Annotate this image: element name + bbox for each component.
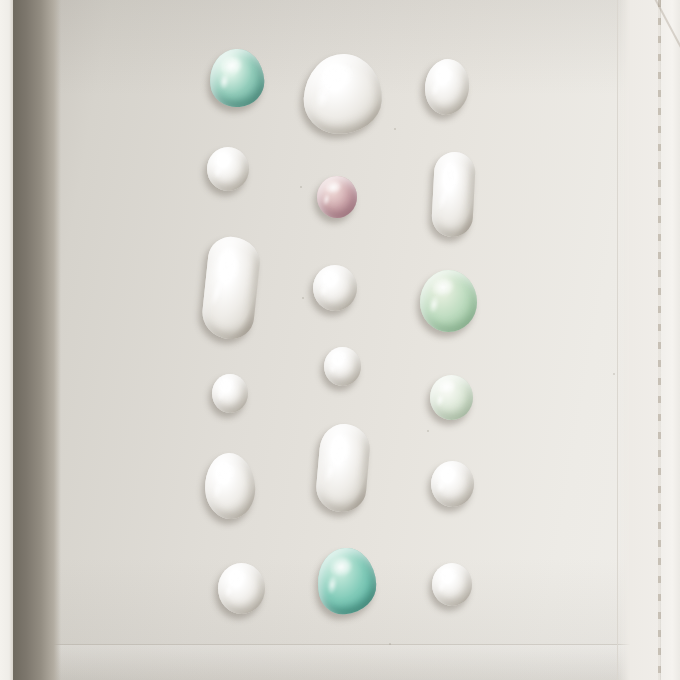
glass-highlight-small	[217, 389, 226, 402]
frame-left-edge	[0, 0, 13, 680]
glass-highlight-small	[328, 362, 337, 375]
sea-glass-r1c2	[302, 52, 384, 136]
glass-highlight-small	[322, 457, 338, 485]
sea-glass-r4c1	[212, 374, 248, 413]
glass-highlight-small	[436, 184, 450, 211]
sea-glass-r2c3	[430, 150, 475, 237]
sea-glass-board	[0, 0, 680, 680]
sea-glass-r4c3	[430, 375, 473, 420]
sea-glass-r6c3	[432, 563, 472, 606]
sea-glass-r5c3	[431, 461, 474, 507]
frame-right-inner-wall	[617, 0, 660, 680]
sea-glass-r4c2	[324, 347, 361, 386]
sea-glass-r6c2	[316, 547, 377, 616]
frame-bottom-edge	[30, 645, 656, 680]
glass-highlight-small	[218, 73, 230, 92]
paper-speck	[613, 373, 615, 375]
sea-glass-r2c2	[317, 176, 357, 218]
glass-highlight-small	[212, 479, 224, 500]
sea-glass-r3c1	[200, 235, 262, 342]
glass-highlight-small	[429, 79, 442, 97]
sea-glass-r1c3	[422, 57, 472, 117]
paper-speck	[427, 430, 429, 432]
paper-speck	[394, 128, 396, 130]
sea-glass-r6c1	[218, 563, 265, 614]
glass-highlight-small	[319, 283, 330, 298]
sea-glass-r5c2	[314, 422, 371, 514]
paper-speck	[302, 297, 304, 299]
sea-glass-r3c3	[420, 270, 477, 332]
glass-highlight-small	[208, 276, 226, 308]
glass-highlight-small	[427, 294, 441, 314]
sea-glass-r1c1	[208, 47, 266, 109]
glass-highlight-small	[212, 164, 222, 178]
frame-left-inner-wall	[13, 0, 61, 680]
glass-highlight	[438, 160, 462, 191]
sea-glass-r3c2	[313, 265, 357, 311]
photo-frame	[0, 0, 680, 680]
glass-highlight-small	[436, 479, 446, 494]
frame-right-edge	[661, 0, 680, 680]
paper-speck	[300, 186, 302, 188]
sea-glass-r5c1	[203, 452, 256, 521]
sea-glass-r2c1	[207, 147, 249, 191]
